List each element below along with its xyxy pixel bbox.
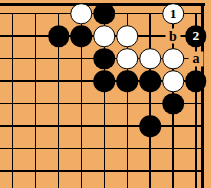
go-board: 1b2a (0, 0, 211, 188)
black-stone (116, 70, 138, 92)
grid-vline-2 (35, 13, 36, 188)
white-stone (139, 48, 161, 70)
black-stone (185, 70, 207, 92)
point-label-b: b (166, 29, 181, 44)
black-stone (48, 25, 70, 47)
black-stone (94, 3, 116, 25)
grid-vline-1 (12, 13, 13, 188)
white-stone (116, 48, 138, 70)
black-stone (139, 70, 161, 92)
white-stone (162, 70, 184, 92)
grid-vline-7 (149, 13, 150, 188)
white-stone (71, 3, 93, 25)
white-stone (162, 48, 184, 70)
black-stone (139, 115, 161, 137)
black-stone (94, 48, 116, 70)
white-stone (94, 25, 116, 47)
white-stone (116, 25, 138, 47)
black-stone-move-2: 2 (185, 25, 207, 47)
black-stone (162, 93, 184, 115)
black-stone (94, 70, 116, 92)
white-stone-move-1: 1 (162, 3, 184, 25)
point-label-a: a (188, 51, 203, 66)
black-stone (71, 25, 93, 47)
